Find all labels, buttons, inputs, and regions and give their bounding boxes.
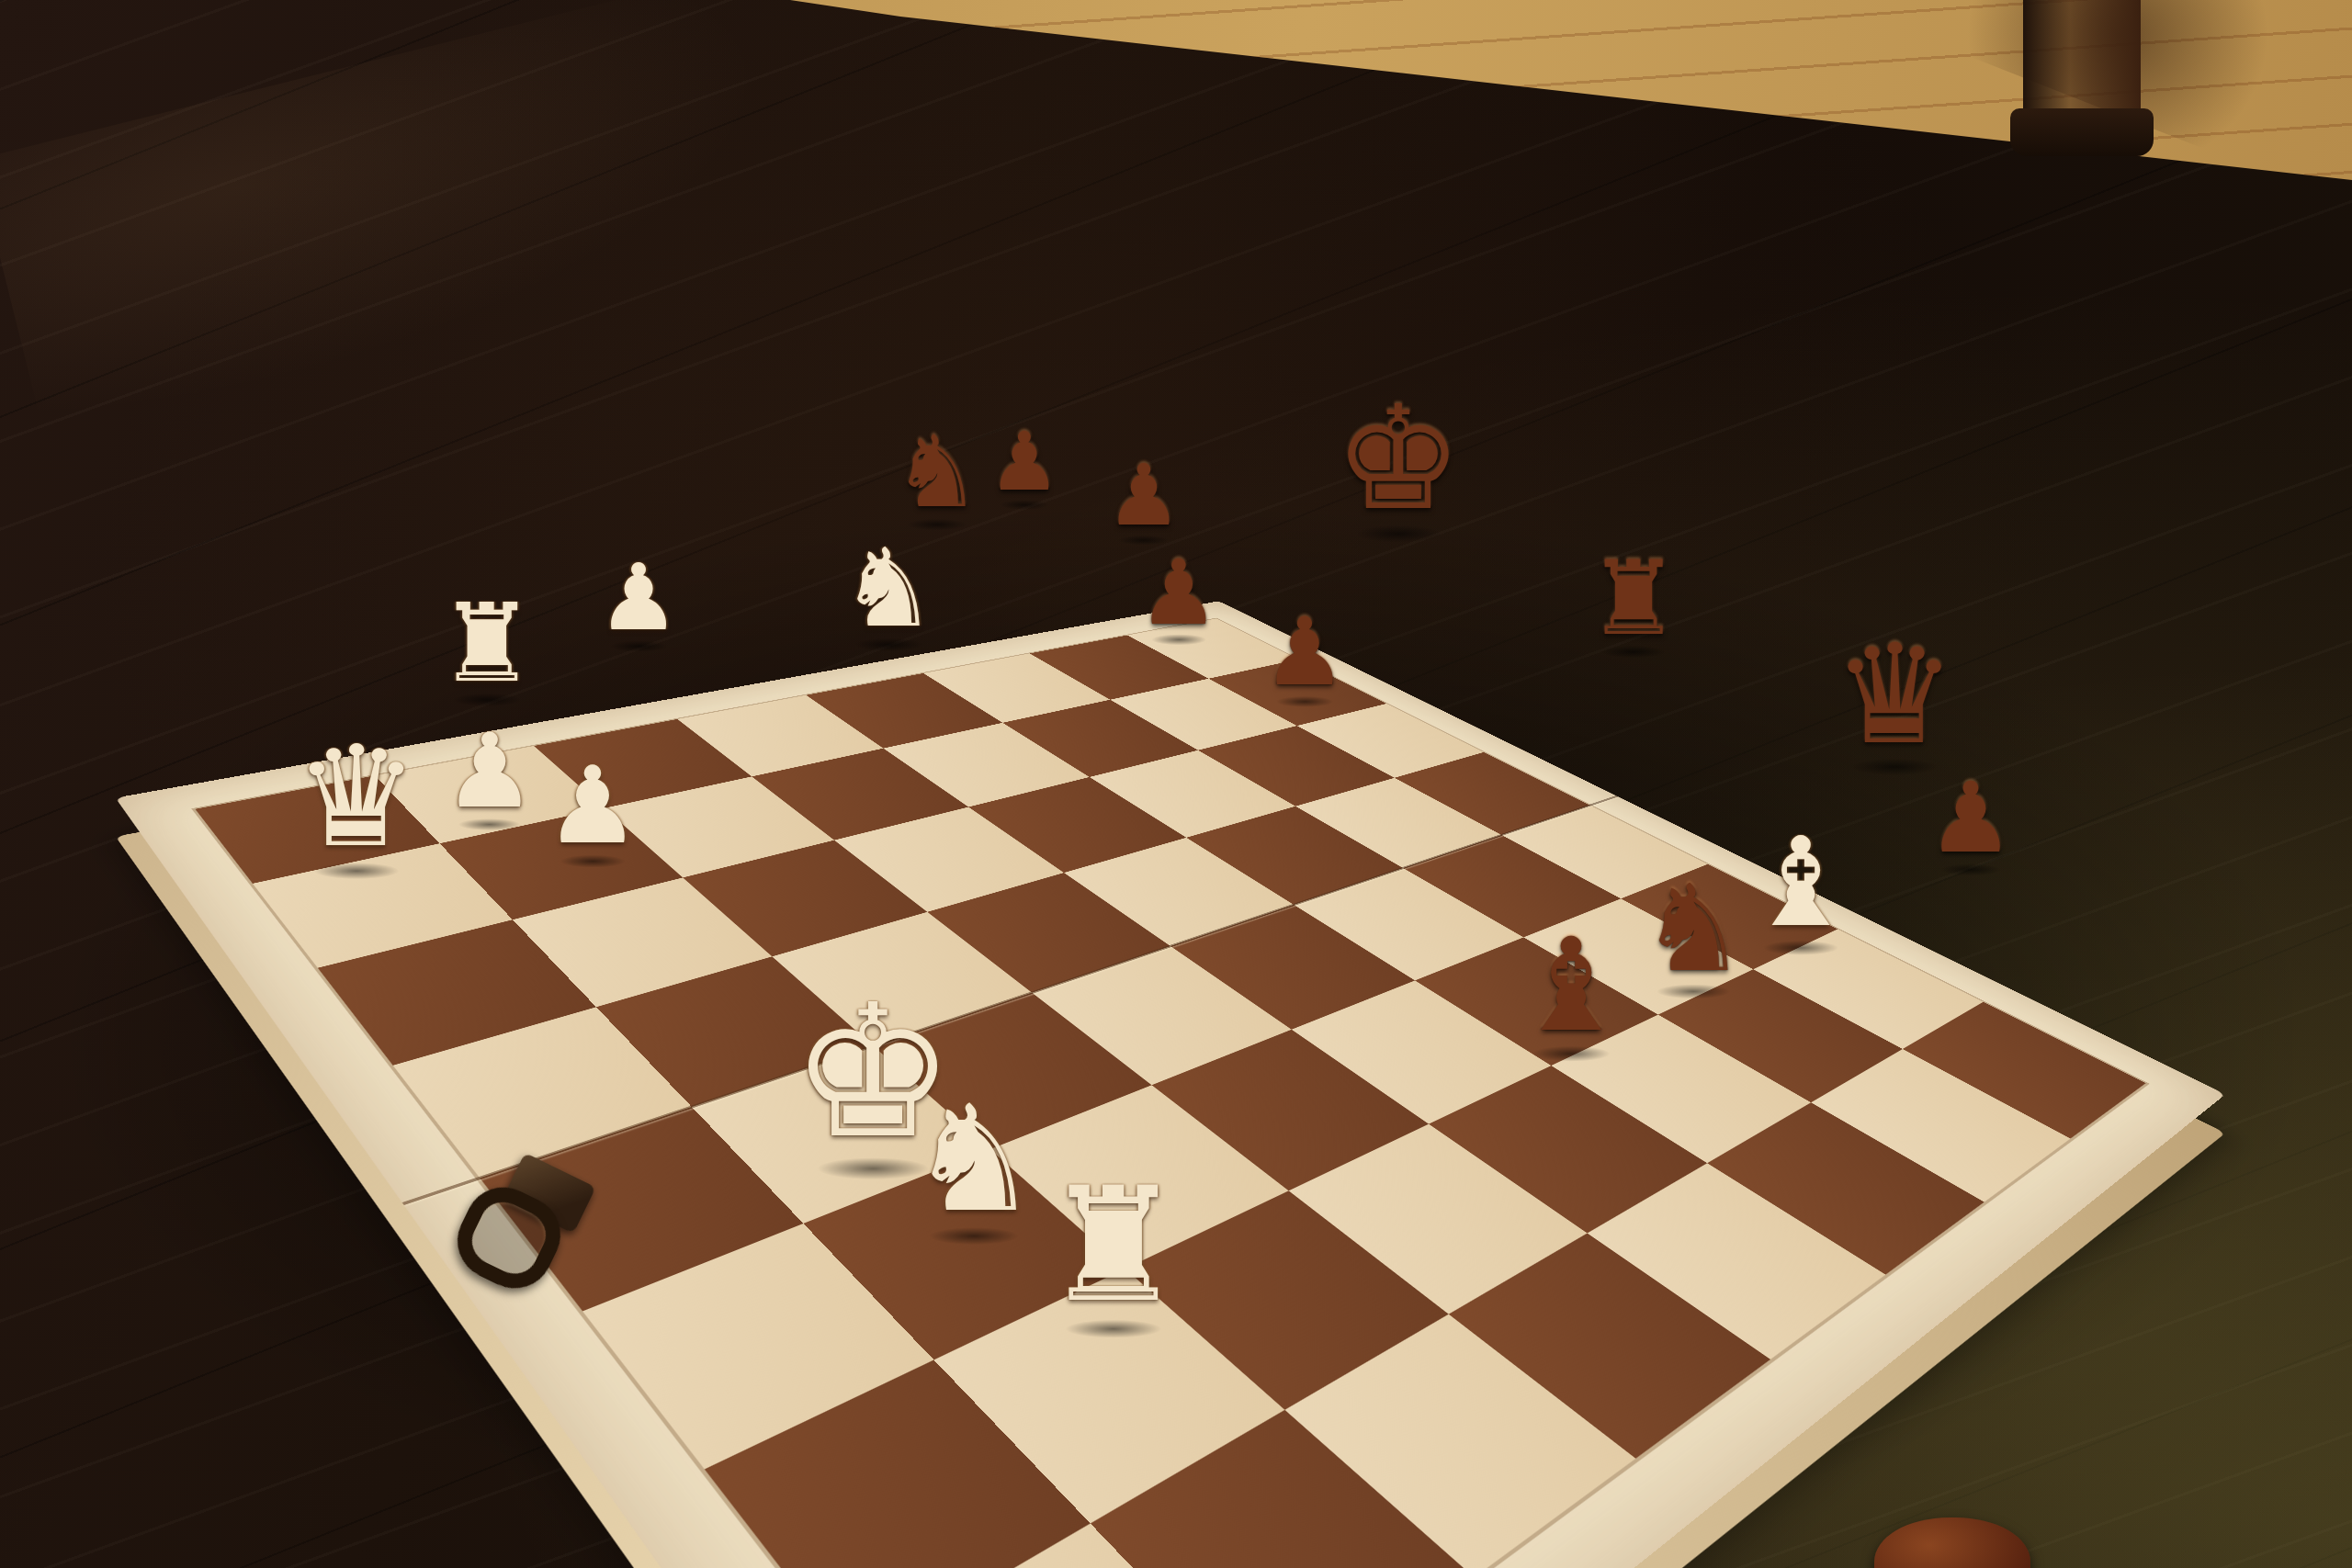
black-knight-a6[interactable]: ♞ — [893, 423, 982, 522]
rook-icon: ♜ — [438, 589, 536, 697]
piece-shadow — [1941, 864, 2001, 876]
black-bishop-g4[interactable]: ♝ — [1513, 921, 1629, 1050]
knight-icon: ♞ — [1640, 869, 1747, 988]
white-knight-b5[interactable]: ♞ — [840, 534, 937, 642]
black-pawn-c6[interactable]: ♟ — [1138, 547, 1219, 637]
pawn-icon: ♟ — [545, 752, 640, 859]
black-pawn-h7[interactable]: ♟ — [1927, 770, 2014, 867]
black-king-c8[interactable]: ♚ — [1334, 387, 1463, 530]
piece-shadow — [611, 641, 667, 652]
black-rook-e8[interactable]: ♜ — [1588, 547, 1679, 649]
white-queen-b1[interactable]: ♛ — [294, 728, 419, 867]
pawn-icon: ♟ — [444, 719, 536, 822]
black-queen-f8[interactable]: ♛ — [1833, 626, 1956, 763]
piece-shadow — [1066, 1319, 1162, 1338]
white-pawn-a4[interactable]: ♟ — [597, 552, 680, 644]
pawn-icon: ♟ — [1106, 454, 1182, 538]
white-rook-h1[interactable]: ♜ — [1043, 1167, 1184, 1325]
black-pawn-b7[interactable]: ♟ — [1106, 454, 1182, 538]
piece-shadow — [1000, 500, 1049, 510]
pawn-icon: ♟ — [1138, 547, 1219, 637]
bishop-icon: ♝ — [1513, 921, 1629, 1050]
black-pawn-d6[interactable]: ♟ — [1262, 605, 1346, 699]
piece-shadow — [1763, 940, 1838, 954]
knight-icon: ♞ — [840, 534, 937, 642]
white-knight-g1[interactable]: ♞ — [908, 1086, 1039, 1233]
black-knight-g5[interactable]: ♞ — [1640, 869, 1747, 988]
piece-shadow — [929, 1227, 1019, 1245]
furniture-leg-foot — [2010, 108, 2154, 156]
knight-icon: ♞ — [893, 423, 982, 522]
piece-shadow — [855, 638, 922, 651]
black-pawn-a7[interactable]: ♟ — [989, 422, 1061, 502]
pawn-icon: ♟ — [1927, 770, 2014, 867]
piece-shadow — [560, 855, 626, 868]
white-pawn-b2[interactable]: ♟ — [444, 719, 536, 822]
white-bishop-g6[interactable]: ♝ — [1746, 821, 1856, 944]
piece-shadow — [1354, 525, 1442, 543]
rook-icon: ♜ — [1043, 1167, 1184, 1325]
piece-shadow — [1852, 759, 1936, 775]
white-rook-a3[interactable]: ♜ — [438, 589, 536, 697]
pawn-icon: ♟ — [1262, 605, 1346, 699]
piece-shadow — [1151, 635, 1206, 646]
pawn-icon: ♟ — [597, 552, 680, 644]
queen-icon: ♛ — [294, 728, 419, 867]
pawn-icon: ♟ — [989, 422, 1061, 502]
piece-shadow — [454, 694, 520, 706]
queen-icon: ♛ — [1833, 626, 1956, 763]
king-icon: ♚ — [1334, 387, 1463, 530]
rook-icon: ♜ — [1588, 547, 1679, 649]
white-pawn-c2[interactable]: ♟ — [545, 752, 640, 859]
bishop-icon: ♝ — [1746, 821, 1856, 944]
piece-shadow — [1657, 984, 1729, 998]
piece-shadow — [314, 863, 400, 879]
knight-icon: ♞ — [908, 1086, 1039, 1233]
piece-shadow — [1532, 1046, 1610, 1062]
